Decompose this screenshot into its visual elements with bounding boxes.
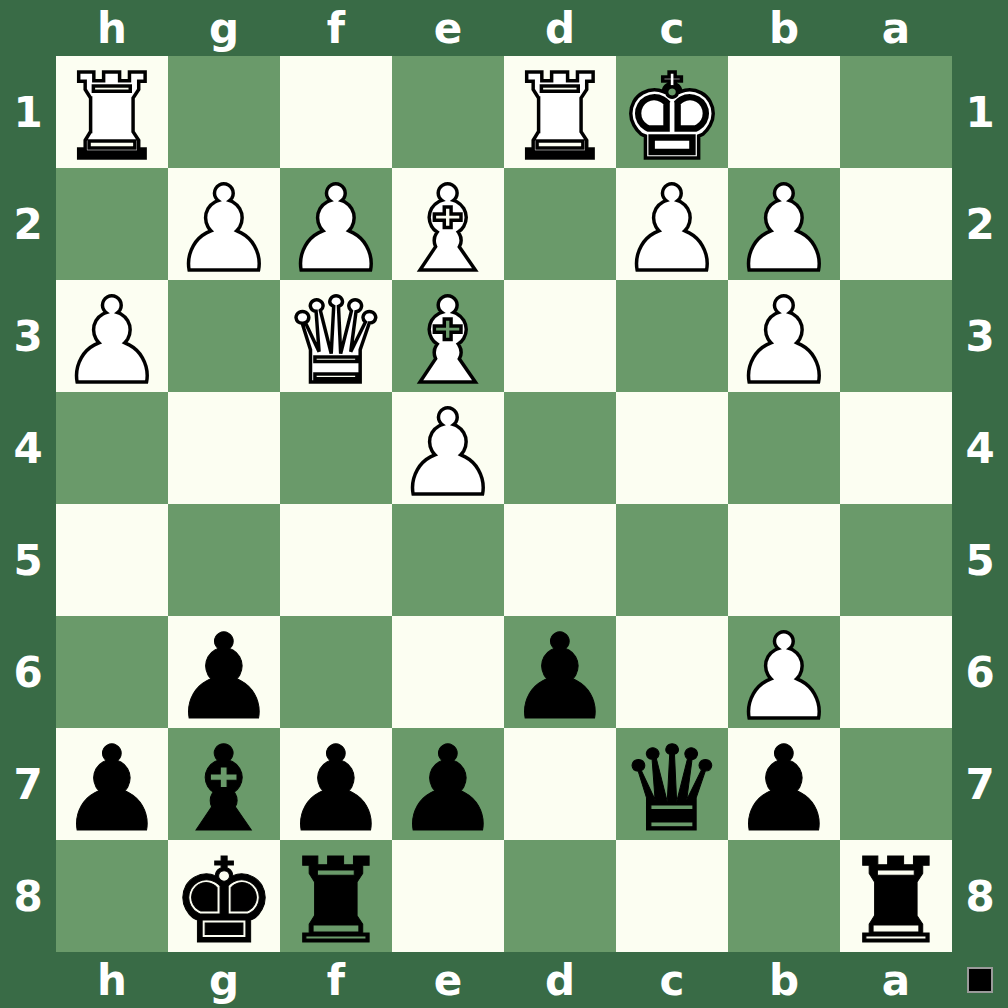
square-e5[interactable]	[392, 504, 504, 616]
rank-label-5-right: 5	[952, 504, 1008, 616]
file-label-a-top: a	[840, 0, 952, 56]
square-d5[interactable]	[504, 504, 616, 616]
rank-label-4-left: 4	[0, 392, 56, 504]
black-to-move-indicator	[967, 967, 993, 993]
chess-board-frame: hgfedcba1♜♜♚12♟♟♝♟♟23♟♛♝♟34♟4556♟♟♟67♟♝♟…	[0, 0, 1008, 1008]
square-b3[interactable]: ♟	[728, 280, 840, 392]
piece-white-bishop: ♝	[395, 282, 501, 392]
rank-label-6-right: 6	[952, 616, 1008, 728]
file-label-g-top: g	[168, 0, 280, 56]
file-label-b-bottom: b	[728, 952, 840, 1008]
square-f1[interactable]	[280, 56, 392, 168]
square-c5[interactable]	[616, 504, 728, 616]
square-f3[interactable]: ♛	[280, 280, 392, 392]
square-b6[interactable]: ♟	[728, 616, 840, 728]
piece-black-bishop: ♝	[171, 730, 277, 840]
square-b4[interactable]	[728, 392, 840, 504]
square-c2[interactable]: ♟	[616, 168, 728, 280]
square-b7[interactable]: ♟	[728, 728, 840, 840]
square-h6[interactable]	[56, 616, 168, 728]
square-d2[interactable]	[504, 168, 616, 280]
board-corner-top-right	[952, 0, 1008, 56]
square-a2[interactable]	[840, 168, 952, 280]
square-d1[interactable]: ♜	[504, 56, 616, 168]
square-b1[interactable]	[728, 56, 840, 168]
piece-white-pawn: ♟	[59, 282, 165, 392]
square-a5[interactable]	[840, 504, 952, 616]
piece-white-pawn: ♟	[731, 170, 837, 280]
square-g6[interactable]: ♟	[168, 616, 280, 728]
square-e3[interactable]: ♝	[392, 280, 504, 392]
square-f2[interactable]: ♟	[280, 168, 392, 280]
piece-black-rook: ♜	[843, 842, 949, 952]
square-h1[interactable]: ♜	[56, 56, 168, 168]
file-label-b-top: b	[728, 0, 840, 56]
rank-label-3-left: 3	[0, 280, 56, 392]
square-g3[interactable]	[168, 280, 280, 392]
file-label-c-bottom: c	[616, 952, 728, 1008]
square-d8[interactable]	[504, 840, 616, 952]
file-label-a-bottom: a	[840, 952, 952, 1008]
square-g2[interactable]: ♟	[168, 168, 280, 280]
piece-black-pawn: ♟	[171, 618, 277, 728]
rank-label-7-left: 7	[0, 728, 56, 840]
square-a7[interactable]	[840, 728, 952, 840]
square-f6[interactable]	[280, 616, 392, 728]
square-c6[interactable]	[616, 616, 728, 728]
piece-black-pawn: ♟	[731, 730, 837, 840]
square-c7[interactable]: ♛	[616, 728, 728, 840]
piece-white-rook: ♜	[507, 58, 613, 168]
square-h8[interactable]	[56, 840, 168, 952]
square-c1[interactable]: ♚	[616, 56, 728, 168]
piece-black-pawn: ♟	[395, 730, 501, 840]
piece-black-king: ♚	[171, 842, 277, 952]
square-a3[interactable]	[840, 280, 952, 392]
square-g7[interactable]: ♝	[168, 728, 280, 840]
square-f7[interactable]: ♟	[280, 728, 392, 840]
square-c4[interactable]	[616, 392, 728, 504]
rank-label-1-left: 1	[0, 56, 56, 168]
piece-white-rook: ♜	[59, 58, 165, 168]
file-label-h-top: h	[56, 0, 168, 56]
square-d7[interactable]	[504, 728, 616, 840]
square-g4[interactable]	[168, 392, 280, 504]
rank-label-7-right: 7	[952, 728, 1008, 840]
piece-white-pawn: ♟	[395, 394, 501, 504]
rank-label-8-left: 8	[0, 840, 56, 952]
piece-white-bishop: ♝	[395, 170, 501, 280]
file-label-h-bottom: h	[56, 952, 168, 1008]
rank-label-2-right: 2	[952, 168, 1008, 280]
square-d4[interactable]	[504, 392, 616, 504]
square-h4[interactable]	[56, 392, 168, 504]
square-f5[interactable]	[280, 504, 392, 616]
square-c8[interactable]	[616, 840, 728, 952]
square-e8[interactable]	[392, 840, 504, 952]
square-a1[interactable]	[840, 56, 952, 168]
file-label-e-bottom: e	[392, 952, 504, 1008]
square-g5[interactable]	[168, 504, 280, 616]
square-e2[interactable]: ♝	[392, 168, 504, 280]
square-f4[interactable]	[280, 392, 392, 504]
square-d6[interactable]: ♟	[504, 616, 616, 728]
square-h7[interactable]: ♟	[56, 728, 168, 840]
board-corner-top-left	[0, 0, 56, 56]
square-e6[interactable]	[392, 616, 504, 728]
piece-white-pawn: ♟	[731, 618, 837, 728]
board-corner-bottom-left	[0, 952, 56, 1008]
rank-label-6-left: 6	[0, 616, 56, 728]
square-f8[interactable]: ♜	[280, 840, 392, 952]
square-a8[interactable]: ♜	[840, 840, 952, 952]
file-label-g-bottom: g	[168, 952, 280, 1008]
file-label-c-top: c	[616, 0, 728, 56]
piece-white-king: ♚	[619, 58, 725, 168]
file-label-d-top: d	[504, 0, 616, 56]
square-h5[interactable]	[56, 504, 168, 616]
rank-label-4-right: 4	[952, 392, 1008, 504]
file-label-d-bottom: d	[504, 952, 616, 1008]
square-e1[interactable]	[392, 56, 504, 168]
piece-white-pawn: ♟	[619, 170, 725, 280]
piece-white-queen: ♛	[283, 282, 389, 392]
piece-white-pawn: ♟	[283, 170, 389, 280]
square-c3[interactable]	[616, 280, 728, 392]
rank-label-5-left: 5	[0, 504, 56, 616]
rank-label-3-right: 3	[952, 280, 1008, 392]
square-e7[interactable]: ♟	[392, 728, 504, 840]
rank-label-1-right: 1	[952, 56, 1008, 168]
square-b2[interactable]: ♟	[728, 168, 840, 280]
rank-label-8-right: 8	[952, 840, 1008, 952]
square-h3[interactable]: ♟	[56, 280, 168, 392]
piece-black-pawn: ♟	[283, 730, 389, 840]
rank-label-2-left: 2	[0, 168, 56, 280]
piece-black-queen: ♛	[619, 730, 725, 840]
square-a6[interactable]	[840, 616, 952, 728]
square-h2[interactable]	[56, 168, 168, 280]
square-b8[interactable]	[728, 840, 840, 952]
square-a4[interactable]	[840, 392, 952, 504]
piece-black-pawn: ♟	[507, 618, 613, 728]
piece-white-pawn: ♟	[731, 282, 837, 392]
board-corner-bottom-right	[952, 952, 1008, 1008]
piece-black-rook: ♜	[283, 842, 389, 952]
square-g1[interactable]	[168, 56, 280, 168]
piece-white-pawn: ♟	[171, 170, 277, 280]
file-label-e-top: e	[392, 0, 504, 56]
square-g8[interactable]: ♚	[168, 840, 280, 952]
file-label-f-top: f	[280, 0, 392, 56]
piece-black-pawn: ♟	[59, 730, 165, 840]
square-b5[interactable]	[728, 504, 840, 616]
square-e4[interactable]: ♟	[392, 392, 504, 504]
file-label-f-bottom: f	[280, 952, 392, 1008]
square-d3[interactable]	[504, 280, 616, 392]
